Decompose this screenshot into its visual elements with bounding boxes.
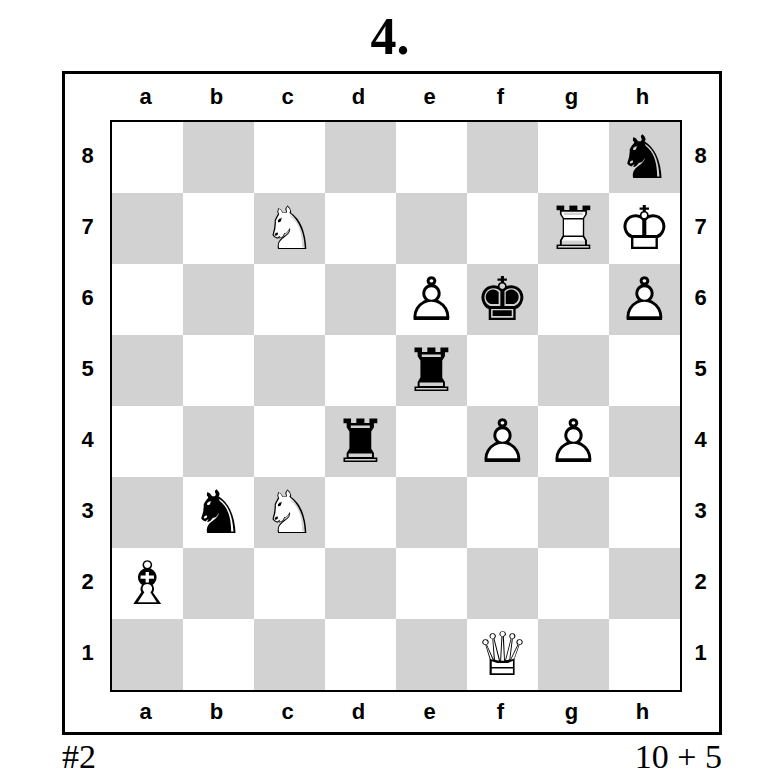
square-c3: ♞♘ <box>254 477 325 548</box>
white-knight-icon: ♞♘ <box>254 477 325 548</box>
diagram-number: 4. <box>0 8 780 65</box>
file-label-f: f <box>465 701 536 723</box>
square-e8 <box>396 122 467 193</box>
square-a4 <box>112 406 183 477</box>
rank-label-6: 6 <box>65 287 110 309</box>
file-label-g: g <box>536 86 607 108</box>
square-c4 <box>254 406 325 477</box>
white-pawn-icon: ♟♙ <box>538 406 609 477</box>
file-label-h: h <box>607 86 678 108</box>
square-e3 <box>396 477 467 548</box>
rank-labels-left: 87654321 <box>65 120 110 692</box>
rank-label-3: 3 <box>65 500 110 522</box>
square-d2 <box>325 548 396 619</box>
square-b3: ♞ <box>183 477 254 548</box>
square-f6: ♚ <box>467 264 538 335</box>
square-a6 <box>112 264 183 335</box>
file-label-c: c <box>252 701 323 723</box>
square-e4 <box>396 406 467 477</box>
diagram-frame: abcdefgh 87654321 ♞♞♘♜♖♚♔♟♙♚♟♙♜♜♟♙♟♙♞♞♘♝… <box>62 71 722 735</box>
rank-label-2: 2 <box>682 571 719 593</box>
file-label-e: e <box>394 86 465 108</box>
square-d8 <box>325 122 396 193</box>
file-label-h: h <box>607 701 678 723</box>
file-label-g: g <box>536 701 607 723</box>
square-f1: ♛♕ <box>467 619 538 690</box>
file-label-e: e <box>394 701 465 723</box>
material-count-label: 10 + 5 <box>635 738 722 775</box>
rank-label-4: 4 <box>65 429 110 451</box>
black-knight-icon: ♞ <box>609 122 680 193</box>
square-e2 <box>396 548 467 619</box>
square-h8: ♞ <box>609 122 680 193</box>
file-label-b: b <box>181 701 252 723</box>
rank-label-7: 7 <box>65 216 110 238</box>
chess-board: ♞♞♘♜♖♚♔♟♙♚♟♙♜♜♟♙♟♙♞♞♘♝♗♛♕ <box>110 120 682 692</box>
white-pawn-icon: ♟♙ <box>467 406 538 477</box>
file-label-a: a <box>110 701 181 723</box>
rank-label-7: 7 <box>682 216 719 238</box>
rank-label-3: 3 <box>682 500 719 522</box>
square-h3 <box>609 477 680 548</box>
square-g1 <box>538 619 609 690</box>
square-b8 <box>183 122 254 193</box>
square-d6 <box>325 264 396 335</box>
square-b7 <box>183 193 254 264</box>
square-a8 <box>112 122 183 193</box>
file-label-c: c <box>252 86 323 108</box>
square-f5 <box>467 335 538 406</box>
rank-label-8: 8 <box>65 145 110 167</box>
square-a2: ♝♗ <box>112 548 183 619</box>
white-bishop-icon: ♝♗ <box>112 548 183 619</box>
square-f8 <box>467 122 538 193</box>
rank-labels-right: 87654321 <box>682 120 719 692</box>
rank-label-1: 1 <box>682 642 719 664</box>
square-f3 <box>467 477 538 548</box>
file-label-a: a <box>110 86 181 108</box>
square-h1 <box>609 619 680 690</box>
square-f7 <box>467 193 538 264</box>
file-labels-top: abcdefgh <box>110 74 682 120</box>
square-d3 <box>325 477 396 548</box>
square-b2 <box>183 548 254 619</box>
square-d5 <box>325 335 396 406</box>
caption-row: #2 10 + 5 <box>62 738 722 775</box>
black-rook-icon: ♜ <box>396 335 467 406</box>
square-g8 <box>538 122 609 193</box>
square-f2 <box>467 548 538 619</box>
square-e5: ♜ <box>396 335 467 406</box>
square-c2 <box>254 548 325 619</box>
square-g4: ♟♙ <box>538 406 609 477</box>
square-b6 <box>183 264 254 335</box>
square-g2 <box>538 548 609 619</box>
square-b1 <box>183 619 254 690</box>
square-c8 <box>254 122 325 193</box>
file-label-d: d <box>323 86 394 108</box>
square-d4: ♜ <box>325 406 396 477</box>
square-c6 <box>254 264 325 335</box>
square-h2 <box>609 548 680 619</box>
file-label-f: f <box>465 86 536 108</box>
square-e6: ♟♙ <box>396 264 467 335</box>
square-f4: ♟♙ <box>467 406 538 477</box>
black-knight-icon: ♞ <box>183 477 254 548</box>
white-queen-icon: ♛♕ <box>467 619 538 690</box>
square-e7 <box>396 193 467 264</box>
white-knight-icon: ♞♘ <box>254 193 325 264</box>
stipulation-label: #2 <box>62 738 96 775</box>
rank-label-8: 8 <box>682 145 719 167</box>
square-a1 <box>112 619 183 690</box>
square-a7 <box>112 193 183 264</box>
file-labels-bottom: abcdefgh <box>110 692 682 732</box>
square-h6: ♟♙ <box>609 264 680 335</box>
white-rook-icon: ♜♖ <box>538 193 609 264</box>
black-king-icon: ♚ <box>467 264 538 335</box>
square-c5 <box>254 335 325 406</box>
rank-label-6: 6 <box>682 287 719 309</box>
rank-label-4: 4 <box>682 429 719 451</box>
square-d7 <box>325 193 396 264</box>
rank-label-5: 5 <box>682 358 719 380</box>
file-label-d: d <box>323 701 394 723</box>
square-c7: ♞♘ <box>254 193 325 264</box>
rank-label-5: 5 <box>65 358 110 380</box>
white-pawn-icon: ♟♙ <box>396 264 467 335</box>
square-a3 <box>112 477 183 548</box>
square-g7: ♜♖ <box>538 193 609 264</box>
square-h4 <box>609 406 680 477</box>
square-b5 <box>183 335 254 406</box>
square-e1 <box>396 619 467 690</box>
square-g5 <box>538 335 609 406</box>
black-rook-icon: ♜ <box>325 406 396 477</box>
white-pawn-icon: ♟♙ <box>609 264 680 335</box>
square-h5 <box>609 335 680 406</box>
file-label-b: b <box>181 86 252 108</box>
rank-label-2: 2 <box>65 571 110 593</box>
square-g6 <box>538 264 609 335</box>
rank-label-1: 1 <box>65 642 110 664</box>
square-a5 <box>112 335 183 406</box>
square-d1 <box>325 619 396 690</box>
square-h7: ♚♔ <box>609 193 680 264</box>
white-king-icon: ♚♔ <box>609 193 680 264</box>
square-b4 <box>183 406 254 477</box>
square-g3 <box>538 477 609 548</box>
square-c1 <box>254 619 325 690</box>
